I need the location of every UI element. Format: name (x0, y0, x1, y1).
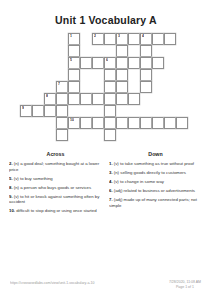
clue-number-label: 5 (70, 58, 72, 62)
crossword-cell (68, 81, 80, 93)
crossword-block (32, 57, 44, 69)
crossword-block (44, 45, 56, 57)
crossword-block (140, 129, 152, 141)
crossword-cell (104, 69, 116, 81)
crossword-block (56, 33, 68, 45)
clue-number-label: 9 (22, 106, 24, 110)
crossword-block (128, 69, 140, 81)
crossword-block (56, 45, 68, 57)
crossword-block (140, 105, 152, 117)
page-title: Unit 1 Vocabulary A (0, 14, 212, 26)
footer-page-number: Page 1 of 1 (169, 284, 201, 289)
clue-item-number: 8. (9, 185, 14, 190)
crossword-block (152, 129, 164, 141)
crossword-block (32, 45, 44, 57)
crossword-block (80, 105, 92, 117)
crossword-block (152, 93, 164, 105)
across-clue-list: 2. (n) a good deal; something bought at … (9, 161, 102, 214)
crossword-cell (104, 105, 116, 117)
crossword-block (128, 81, 140, 93)
crossword-cell (68, 93, 80, 105)
crossword-cell (116, 81, 128, 93)
crossword-cell (44, 105, 56, 117)
crossword-cell: 7 (56, 81, 68, 93)
crossword-block (164, 69, 176, 81)
crossword-block (128, 105, 140, 117)
crossword-cell (104, 81, 116, 93)
crossword-block (32, 69, 44, 81)
crossword-cell (104, 129, 116, 141)
clue-item: 4. (v) to change in some way (109, 179, 202, 185)
crossword-block (20, 33, 32, 45)
crossword-cell: 2 (92, 33, 104, 45)
crossword-cell (152, 57, 164, 69)
crossword-block (176, 45, 188, 57)
crossword-cell (128, 93, 140, 105)
clue-item-number: 2. (9, 161, 14, 166)
crossword-cell (104, 93, 116, 105)
crossword-cell (68, 69, 80, 81)
crossword-block (176, 129, 188, 141)
crossword-cell (116, 69, 128, 81)
clue-item: 8. (n) a person who buys goods or servic… (9, 185, 102, 191)
clue-number-label: 8 (46, 94, 48, 98)
clue-item: 6. (adj) related to business or advertis… (109, 188, 202, 194)
clue-item: 2. (n) a good deal; something bought at … (9, 161, 102, 172)
crossword-cell: 4 (140, 33, 152, 45)
crossword-block (32, 81, 44, 93)
crossword-block (68, 129, 80, 141)
crossword-block (164, 129, 176, 141)
crossword-block (164, 105, 176, 117)
clue-item-number: 7. (109, 197, 114, 202)
clue-item-number: 4. (109, 179, 114, 184)
crossword-block (80, 45, 92, 57)
clue-item: 7. (adj) made up of many connected parts… (109, 197, 202, 208)
down-clues-section: Down 1. (v) to take something as true wi… (109, 151, 202, 212)
crossword-cell: 1 (68, 33, 80, 45)
crossword-block (44, 69, 56, 81)
crossword-cell (128, 57, 140, 69)
crossword-block (44, 81, 56, 93)
crossword-cell (80, 117, 92, 129)
crossword-block (32, 33, 44, 45)
clue-number-label: 10 (70, 118, 74, 122)
crossword-block (44, 129, 56, 141)
clue-number-label: 4 (142, 34, 144, 38)
crossword-block (44, 33, 56, 45)
clue-number-label: 2 (94, 34, 96, 38)
crossword-cell (128, 117, 140, 129)
crossword-block (92, 105, 104, 117)
crossword-block (116, 129, 128, 141)
clue-item: 5. (v) to buy something (9, 176, 102, 182)
crossword-block (152, 69, 164, 81)
crossword-cell (56, 129, 68, 141)
clue-number-label: 7 (58, 82, 60, 86)
crossword-block (20, 81, 32, 93)
crossword-cell (176, 117, 188, 129)
crossword-cell (140, 81, 152, 93)
clue-number-label: 1 (70, 34, 72, 38)
crossword-block (20, 93, 32, 105)
crossword-cell (92, 93, 104, 105)
clue-item: 3. (n) selling goods directly to custome… (109, 170, 202, 176)
crossword-block (164, 45, 176, 57)
footer-url: https://crosswordlabs.com/view/unit-1-vo… (10, 281, 94, 285)
crossword-cell (68, 45, 80, 57)
down-clue-list: 1. (v) to take something as true without… (109, 161, 202, 208)
crossword-block (20, 57, 32, 69)
crossword-block (116, 105, 128, 117)
crossword-cell (56, 117, 68, 129)
crossword-block (44, 57, 56, 69)
crossword-cell (164, 33, 176, 45)
crossword-block (92, 45, 104, 57)
crossword-block (80, 69, 92, 81)
crossword-cell (140, 69, 152, 81)
crossword-block (32, 93, 44, 105)
across-heading: Across (9, 151, 102, 158)
clue-item-number: 10. (9, 208, 16, 213)
crossword-block (128, 129, 140, 141)
crossword-cell (92, 57, 104, 69)
crossword-block (176, 93, 188, 105)
crossword-cell: 9 (20, 105, 32, 117)
crossword-cell: 3 (116, 33, 128, 45)
crossword-block (32, 117, 44, 129)
crossword-cell (92, 117, 104, 129)
crossword-block (176, 57, 188, 69)
footer-page-info: 7/28/2020, 11:08 AM Page 1 of 1 (169, 279, 201, 290)
crossword-block (80, 33, 92, 45)
crossword-block (44, 117, 56, 129)
clue-item-number: 9. (9, 194, 14, 199)
clue-item-number: 3. (109, 170, 114, 175)
crossword-block (104, 45, 116, 57)
crossword-block (176, 81, 188, 93)
crossword-cell (140, 117, 152, 129)
crossword-cell (116, 45, 128, 57)
crossword-block (92, 69, 104, 81)
crossword-cell (80, 57, 92, 69)
crossword-block (176, 105, 188, 117)
crossword-cell: 6 (104, 57, 116, 69)
crossword-cell (152, 117, 164, 129)
crossword-block (176, 33, 188, 45)
crossword-block (80, 81, 92, 93)
clue-item-number: 5. (9, 176, 14, 181)
crossword-block (20, 129, 32, 141)
crossword-block (32, 129, 44, 141)
crossword-block (164, 57, 176, 69)
crossword-cell (104, 33, 116, 45)
crossword-cell: 8 (44, 93, 56, 105)
crossword-cell: 10 (68, 117, 80, 129)
crossword-cell (56, 105, 68, 117)
crossword-block (152, 45, 164, 57)
crossword-block (68, 105, 80, 117)
crossword-cell (116, 117, 128, 129)
clue-item: 9. (v) to hit or knock against something… (9, 194, 102, 205)
crossword-block (80, 129, 92, 141)
crossword-block (128, 45, 140, 57)
crossword-block (56, 57, 68, 69)
crossword-block (164, 81, 176, 93)
crossword-cell (80, 93, 92, 105)
clue-item-number: 1. (109, 161, 114, 166)
crossword-block (164, 93, 176, 105)
crossword-cell (116, 93, 128, 105)
clue-item: 1. (v) to take something as true without… (109, 161, 202, 167)
footer-datetime: 7/28/2020, 11:08 AM (169, 279, 201, 284)
across-clues-section: Across 2. (n) a good deal; something bou… (9, 151, 102, 217)
crossword-block (20, 69, 32, 81)
crossword-block (56, 69, 68, 81)
crossword-block (152, 105, 164, 117)
crossword-block (152, 81, 164, 93)
crossword-cell (56, 93, 68, 105)
crossword-block (140, 93, 152, 105)
crossword-cell (104, 117, 116, 129)
clue-number-label: 6 (106, 58, 108, 62)
crossword-cell (152, 33, 164, 45)
down-heading: Down (109, 151, 202, 158)
clue-number-label: 3 (118, 34, 120, 38)
crossword-block (20, 117, 32, 129)
crossword-block (92, 81, 104, 93)
crossword-block (176, 69, 188, 81)
crossword-block (20, 45, 32, 57)
crossword-cell (140, 45, 152, 57)
clue-item-number: 6. (109, 188, 114, 193)
clue-item: 10. difficult to stop doing or using onc… (9, 208, 102, 214)
crossword-cell (32, 105, 44, 117)
crossword-cell (140, 57, 152, 69)
crossword-cell (116, 57, 128, 69)
crossword-grid: 12345678910 (20, 33, 188, 141)
crossword-cell: 5 (68, 57, 80, 69)
crossword-block (92, 129, 104, 141)
crossword-cell (164, 117, 176, 129)
crossword-cell (128, 33, 140, 45)
